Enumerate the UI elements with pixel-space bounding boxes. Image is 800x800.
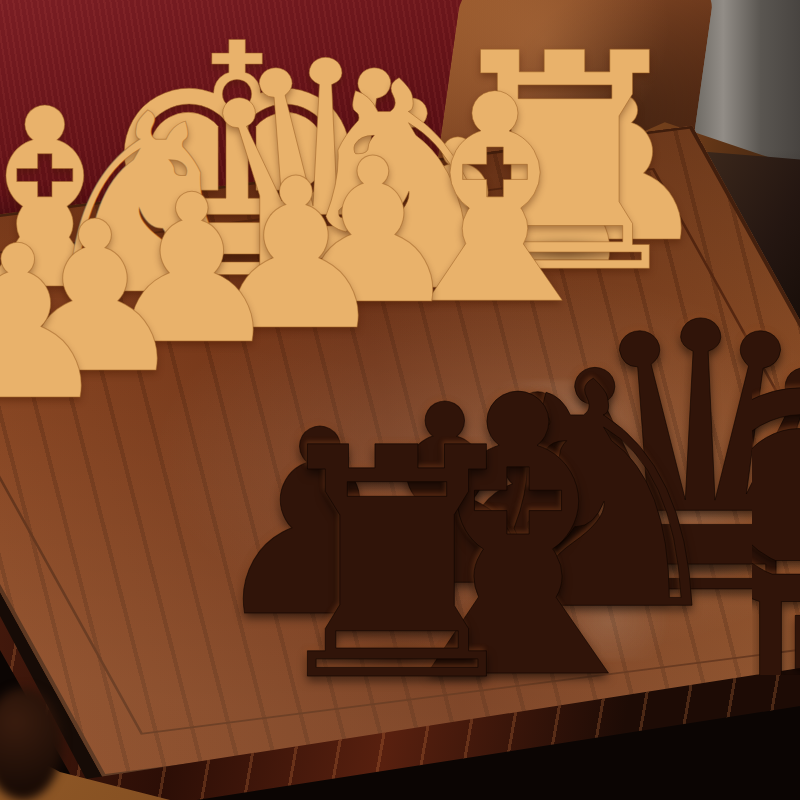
black-rook-d8[interactable]: ♜ xyxy=(254,407,539,725)
black-king-glyph: ♚ xyxy=(752,242,800,675)
chess-photo-scene: ♚ ♝♞♚♛♞♝♜♟♟♟♟♟♟♟♟♟♜♝♟♟♞♛ xyxy=(0,0,800,800)
pieces-layer: ♚ ♝♞♚♛♞♝♜♟♟♟♟♟♟♟♟♟♜♝♟♟♞♛ xyxy=(0,0,800,800)
white-pawn-a2[interactable]: ♟ xyxy=(0,218,113,430)
black-king-h8-cropped[interactable]: ♚ xyxy=(752,205,800,675)
